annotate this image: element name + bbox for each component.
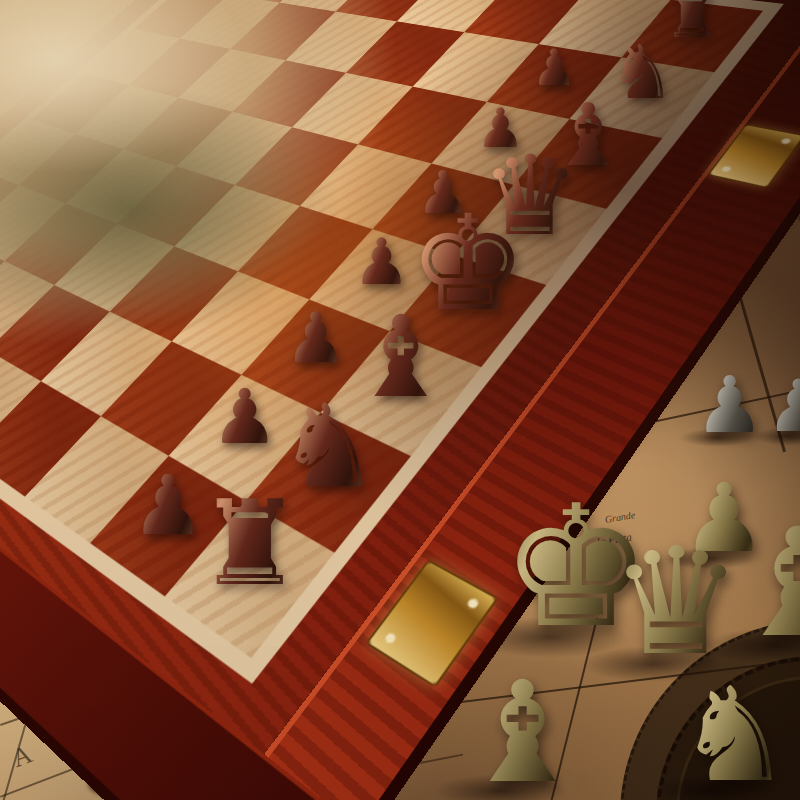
chess-photo-scene: apricACIFIGrandela PlataTierra del ♜♞♝♚♛… (0, 0, 800, 800)
